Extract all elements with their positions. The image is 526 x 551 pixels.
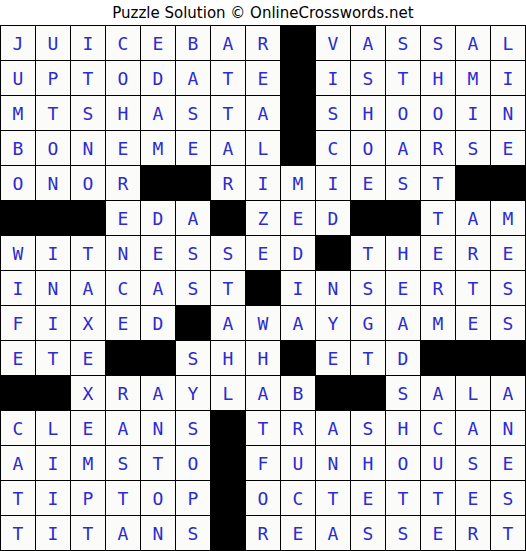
- grid-cell: J: [1, 26, 36, 61]
- grid-cell: I: [71, 26, 106, 61]
- grid-cell: A: [456, 411, 491, 446]
- grid-cell: F: [1, 306, 36, 341]
- black-cell: [176, 306, 211, 341]
- black-cell: [456, 166, 491, 201]
- grid-cell: U: [421, 446, 456, 481]
- grid-cell: E: [176, 131, 211, 166]
- black-cell: [456, 341, 491, 376]
- grid-cell: A: [281, 306, 316, 341]
- grid-cell: E: [246, 61, 281, 96]
- grid-cell: O: [106, 61, 141, 96]
- grid-cell: H: [386, 236, 421, 271]
- puzzle-solution-page: Puzzle Solution © OnlineCrosswords.net J…: [0, 0, 526, 551]
- grid-cell: L: [36, 411, 71, 446]
- grid-cell: I: [281, 271, 316, 306]
- grid-cell: A: [386, 306, 421, 341]
- grid-cell: L: [246, 131, 281, 166]
- grid-cell: N: [316, 271, 351, 306]
- grid-cell: S: [351, 516, 386, 551]
- black-cell: [386, 201, 421, 236]
- grid-cell: O: [351, 131, 386, 166]
- grid-cell: Y: [316, 306, 351, 341]
- grid-cell: T: [421, 481, 456, 516]
- black-cell: [246, 271, 281, 306]
- grid-cell: S: [456, 446, 491, 481]
- grid-cell: H: [246, 341, 281, 376]
- grid-cell: Y: [176, 376, 211, 411]
- grid-cell: T: [1, 516, 36, 551]
- grid-cell: R: [421, 131, 456, 166]
- grid-cell: R: [421, 271, 456, 306]
- grid-cell: E: [456, 306, 491, 341]
- grid-cell: T: [71, 516, 106, 551]
- grid-cell: U: [36, 26, 71, 61]
- grid-cell: G: [351, 306, 386, 341]
- grid-cell: D: [141, 61, 176, 96]
- grid-cell: S: [351, 411, 386, 446]
- grid-cell: N: [316, 446, 351, 481]
- grid-cell: W: [246, 306, 281, 341]
- grid-cell: N: [36, 166, 71, 201]
- grid-cell: H: [211, 341, 246, 376]
- grid-cell: S: [176, 341, 211, 376]
- grid-cell: E: [71, 341, 106, 376]
- grid-cell: T: [316, 481, 351, 516]
- grid-cell: M: [456, 61, 491, 96]
- grid-cell: B: [176, 26, 211, 61]
- grid-cell: E: [316, 341, 351, 376]
- grid-cell: S: [386, 26, 421, 61]
- grid-cell: H: [351, 96, 386, 131]
- grid-cell: T: [421, 201, 456, 236]
- grid-cell: A: [106, 516, 141, 551]
- grid-cell: L: [456, 376, 491, 411]
- grid-cell: S: [386, 516, 421, 551]
- grid-cell: I: [36, 236, 71, 271]
- grid-cell: S: [421, 26, 456, 61]
- grid-cell: I: [36, 481, 71, 516]
- grid-cell: W: [1, 236, 36, 271]
- grid-cell: R: [246, 516, 281, 551]
- grid-cell: A: [491, 376, 526, 411]
- black-cell: [106, 341, 141, 376]
- grid-cell: S: [176, 516, 211, 551]
- grid-cell: P: [176, 481, 211, 516]
- grid-cell: A: [141, 271, 176, 306]
- grid-cell: C: [421, 411, 456, 446]
- grid-cell: B: [1, 131, 36, 166]
- grid-cell: A: [386, 131, 421, 166]
- black-cell: [351, 376, 386, 411]
- grid-cell: A: [211, 26, 246, 61]
- grid-cell: E: [491, 446, 526, 481]
- grid-cell: O: [1, 166, 36, 201]
- grid-cell: N: [491, 411, 526, 446]
- black-cell: [141, 341, 176, 376]
- grid-cell: E: [281, 201, 316, 236]
- grid-cell: I: [36, 446, 71, 481]
- grid-cell: N: [106, 236, 141, 271]
- black-cell: [141, 166, 176, 201]
- grid-cell: O: [71, 166, 106, 201]
- grid-cell: E: [141, 26, 176, 61]
- black-cell: [211, 201, 246, 236]
- grid-cell: T: [246, 411, 281, 446]
- grid-cell: T: [1, 481, 36, 516]
- grid-cell: A: [176, 61, 211, 96]
- black-cell: [71, 201, 106, 236]
- grid-cell: L: [211, 376, 246, 411]
- grid-cell: R: [456, 236, 491, 271]
- grid-cell: S: [316, 96, 351, 131]
- black-cell: [316, 376, 351, 411]
- black-cell: [211, 481, 246, 516]
- grid-cell: T: [71, 61, 106, 96]
- grid-cell: A: [141, 376, 176, 411]
- grid-cell: X: [71, 376, 106, 411]
- grid-cell: C: [281, 481, 316, 516]
- grid-cell: A: [106, 411, 141, 446]
- grid-cell: E: [491, 236, 526, 271]
- grid-cell: A: [211, 131, 246, 166]
- grid-cell: S: [211, 236, 246, 271]
- grid-cell: I: [246, 166, 281, 201]
- black-cell: [1, 201, 36, 236]
- black-cell: [316, 236, 351, 271]
- black-cell: [211, 446, 246, 481]
- grid-cell: S: [386, 376, 421, 411]
- grid-cell: P: [36, 61, 71, 96]
- grid-cell: T: [386, 61, 421, 96]
- black-cell: [211, 516, 246, 551]
- grid-cell: P: [71, 481, 106, 516]
- grid-cell: O: [386, 446, 421, 481]
- grid-cell: E: [281, 516, 316, 551]
- grid-cell: O: [176, 446, 211, 481]
- grid-cell: A: [316, 516, 351, 551]
- grid-cell: D: [386, 341, 421, 376]
- grid-cell: N: [141, 516, 176, 551]
- grid-cell: S: [176, 271, 211, 306]
- grid-cell: D: [141, 201, 176, 236]
- grid-cell: A: [246, 376, 281, 411]
- grid-cell: H: [421, 61, 456, 96]
- grid-cell: T: [211, 61, 246, 96]
- grid-cell: S: [106, 446, 141, 481]
- black-cell: [281, 96, 316, 131]
- grid-cell: A: [246, 96, 281, 131]
- grid-cell: N: [36, 271, 71, 306]
- grid-cell: N: [71, 131, 106, 166]
- grid-cell: A: [71, 271, 106, 306]
- grid-cell: T: [456, 271, 491, 306]
- grid-cell: R: [281, 411, 316, 446]
- grid-cell: S: [176, 96, 211, 131]
- grid-cell: X: [71, 306, 106, 341]
- grid-cell: A: [456, 26, 491, 61]
- grid-cell: E: [386, 271, 421, 306]
- grid-cell: A: [141, 96, 176, 131]
- grid-cell: S: [491, 271, 526, 306]
- grid-cell: E: [1, 341, 36, 376]
- grid-cell: T: [211, 96, 246, 131]
- grid-cell: T: [491, 516, 526, 551]
- grid-cell: L: [491, 26, 526, 61]
- grid-cell: H: [386, 411, 421, 446]
- grid-cell: I: [491, 61, 526, 96]
- grid-cell: M: [421, 306, 456, 341]
- grid-cell: R: [106, 166, 141, 201]
- grid-cell: E: [141, 236, 176, 271]
- grid-cell: I: [456, 96, 491, 131]
- grid-cell: T: [351, 341, 386, 376]
- grid-cell: D: [141, 306, 176, 341]
- grid-cell: M: [1, 96, 36, 131]
- grid-cell: R: [456, 516, 491, 551]
- grid-cell: T: [421, 166, 456, 201]
- grid-cell: S: [351, 61, 386, 96]
- grid-cell: H: [106, 96, 141, 131]
- grid-cell: O: [246, 481, 281, 516]
- black-cell: [281, 26, 316, 61]
- black-cell: [36, 376, 71, 411]
- grid-cell: D: [316, 201, 351, 236]
- grid-cell: A: [421, 376, 456, 411]
- grid-cell: U: [281, 446, 316, 481]
- grid-cell: E: [71, 411, 106, 446]
- grid-cell: C: [316, 131, 351, 166]
- grid-cell: S: [491, 481, 526, 516]
- black-cell: [281, 341, 316, 376]
- grid-cell: S: [71, 96, 106, 131]
- crossword-grid: JUICEBARVASSALUPTODATEISTHMIMTSHASTASHOO…: [0, 25, 526, 551]
- black-cell: [351, 201, 386, 236]
- grid-cell: S: [176, 236, 211, 271]
- grid-cell: A: [456, 201, 491, 236]
- grid-cell: O: [421, 96, 456, 131]
- grid-cell: U: [1, 61, 36, 96]
- grid-cell: B: [281, 376, 316, 411]
- grid-cell: T: [386, 481, 421, 516]
- black-cell: [36, 201, 71, 236]
- grid-cell: M: [71, 446, 106, 481]
- grid-cell: R: [211, 166, 246, 201]
- grid-cell: E: [491, 131, 526, 166]
- grid-cell: S: [491, 306, 526, 341]
- black-cell: [491, 166, 526, 201]
- black-cell: [1, 376, 36, 411]
- grid-cell: T: [211, 271, 246, 306]
- grid-cell: T: [106, 481, 141, 516]
- grid-cell: A: [316, 411, 351, 446]
- grid-cell: S: [176, 411, 211, 446]
- grid-cell: S: [386, 166, 421, 201]
- grid-cell: C: [106, 271, 141, 306]
- grid-cell: E: [106, 201, 141, 236]
- black-cell: [281, 131, 316, 166]
- grid-cell: E: [106, 306, 141, 341]
- grid-cell: I: [316, 61, 351, 96]
- grid-cell: T: [71, 236, 106, 271]
- grid-cell: E: [456, 481, 491, 516]
- grid-cell: S: [351, 271, 386, 306]
- grid-cell: M: [491, 201, 526, 236]
- page-title: Puzzle Solution © OnlineCrosswords.net: [0, 0, 526, 25]
- grid-cell: E: [351, 166, 386, 201]
- grid-cell: C: [1, 411, 36, 446]
- grid-cell: A: [211, 306, 246, 341]
- black-cell: [176, 166, 211, 201]
- grid-cell: E: [351, 481, 386, 516]
- grid-cell: I: [36, 516, 71, 551]
- grid-cell: T: [351, 236, 386, 271]
- grid-cell: I: [1, 271, 36, 306]
- black-cell: [421, 341, 456, 376]
- grid-cell: E: [421, 236, 456, 271]
- grid-cell: Z: [246, 201, 281, 236]
- grid-cell: I: [36, 306, 71, 341]
- grid-cell: E: [246, 236, 281, 271]
- grid-cell: M: [281, 166, 316, 201]
- grid-cell: A: [176, 201, 211, 236]
- grid-cell: M: [141, 131, 176, 166]
- grid-cell: T: [36, 341, 71, 376]
- grid-cell: C: [106, 26, 141, 61]
- grid-cell: E: [421, 516, 456, 551]
- grid-cell: S: [456, 131, 491, 166]
- grid-cell: E: [106, 131, 141, 166]
- grid-cell: O: [386, 96, 421, 131]
- grid-cell: N: [491, 96, 526, 131]
- grid-cell: V: [316, 26, 351, 61]
- grid-cell: T: [141, 446, 176, 481]
- grid-cell: F: [246, 446, 281, 481]
- grid-cell: R: [106, 376, 141, 411]
- grid-cell: I: [316, 166, 351, 201]
- grid-cell: R: [246, 26, 281, 61]
- grid-cell: A: [1, 446, 36, 481]
- grid-cell: O: [36, 131, 71, 166]
- grid-cell: O: [141, 481, 176, 516]
- grid-cell: A: [351, 26, 386, 61]
- black-cell: [491, 341, 526, 376]
- grid-cell: H: [351, 446, 386, 481]
- grid-cell: N: [141, 411, 176, 446]
- grid-cell: D: [281, 236, 316, 271]
- grid-cell: T: [36, 96, 71, 131]
- black-cell: [211, 411, 246, 446]
- black-cell: [281, 61, 316, 96]
